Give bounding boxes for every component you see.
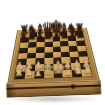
square-h4[interactable] (78, 51, 88, 57)
square-g6[interactable] (68, 41, 77, 46)
square-g8[interactable] (67, 31, 75, 36)
square-b4[interactable] (27, 53, 36, 59)
piece-black-bishop-c8[interactable]: ♝ (34, 23, 46, 36)
square-c1[interactable] (34, 71, 44, 78)
square-f3[interactable] (62, 57, 71, 63)
piece-black-knight-b8[interactable]: ♞ (27, 23, 39, 36)
square-f1[interactable] (62, 70, 72, 77)
chess-set-photo: ♜♞♝♛♚♝♞♜♟♟♟♟♟♟♟♟♟♟♟♟♟♟♟♟♜♞♝♛♚♝♞♜ (0, 0, 105, 105)
piece-white-pawn-g2[interactable]: ♟ (72, 59, 81, 69)
square-d7[interactable] (44, 37, 52, 42)
square-a1[interactable] (15, 72, 25, 79)
square-d6[interactable] (44, 41, 52, 46)
square-c7[interactable] (36, 37, 44, 42)
square-h3[interactable] (79, 57, 89, 63)
square-c8[interactable] (37, 32, 45, 37)
square-e5[interactable] (52, 46, 61, 52)
piece-black-pawn-h7[interactable]: ♟ (76, 29, 86, 40)
board-squares (14, 31, 93, 80)
square-a4[interactable] (18, 53, 27, 59)
square-c5[interactable] (36, 47, 45, 53)
piece-white-pawn-b2[interactable]: ♟ (25, 61, 34, 71)
piece-black-rook-h8[interactable]: ♜ (74, 23, 85, 35)
square-e7[interactable] (52, 36, 60, 41)
square-c6[interactable] (36, 42, 44, 47)
piece-white-king-e1[interactable]: ♚ (51, 60, 66, 77)
square-d4[interactable] (44, 52, 53, 58)
square-b1[interactable] (25, 71, 35, 78)
square-g1[interactable] (72, 70, 82, 77)
piece-black-pawn-f7[interactable]: ♟ (59, 29, 69, 40)
square-b5[interactable] (27, 47, 36, 53)
piece-black-bishop-f8[interactable]: ♝ (58, 22, 70, 35)
piece-black-pawn-c7[interactable]: ♟ (35, 30, 45, 41)
square-e2[interactable] (53, 64, 62, 71)
square-d8[interactable] (44, 32, 52, 37)
square-f6[interactable] (60, 41, 69, 46)
square-h8[interactable] (75, 31, 83, 36)
piece-white-pawn-h2[interactable]: ♟ (82, 59, 91, 69)
square-a5[interactable] (19, 47, 28, 53)
square-b7[interactable] (28, 37, 36, 42)
square-g2[interactable] (71, 63, 81, 70)
square-d2[interactable] (44, 64, 53, 71)
piece-black-pawn-b7[interactable]: ♟ (27, 30, 37, 41)
square-b6[interactable] (28, 42, 37, 47)
piece-black-queen-d8[interactable]: ♛ (41, 20, 55, 35)
box-clasp-icon (71, 84, 75, 88)
piece-black-knight-g8[interactable]: ♞ (66, 22, 78, 35)
square-c3[interactable] (35, 58, 44, 64)
piece-white-knight-b1[interactable]: ♞ (23, 65, 34, 78)
square-f8[interactable] (60, 32, 68, 37)
piece-white-pawn-a2[interactable]: ♟ (15, 61, 24, 71)
square-a7[interactable] (21, 37, 29, 42)
square-g5[interactable] (69, 46, 78, 52)
square-b8[interactable] (29, 33, 37, 38)
square-h1[interactable] (81, 69, 92, 76)
box-hinge-seam (6, 85, 101, 90)
piece-black-pawn-d7[interactable]: ♟ (43, 30, 53, 41)
square-d3[interactable] (44, 58, 53, 64)
square-a6[interactable] (20, 42, 29, 47)
square-f5[interactable] (61, 46, 70, 52)
square-h6[interactable] (76, 40, 85, 45)
square-g4[interactable] (70, 51, 79, 57)
square-a8[interactable] (21, 33, 29, 38)
square-e8[interactable] (52, 32, 60, 37)
square-e6[interactable] (52, 41, 60, 46)
square-b2[interactable] (25, 65, 35, 72)
square-d1[interactable] (44, 71, 54, 78)
piece-white-knight-g1[interactable]: ♞ (72, 64, 83, 77)
piece-black-pawn-g7[interactable]: ♟ (68, 29, 78, 40)
piece-white-bishop-f1[interactable]: ♝ (62, 64, 74, 77)
piece-white-bishop-c1[interactable]: ♝ (33, 65, 45, 78)
square-e3[interactable] (53, 58, 62, 64)
piece-white-rook-h1[interactable]: ♜ (82, 64, 92, 76)
piece-white-pawn-c2[interactable]: ♟ (34, 60, 43, 70)
piece-white-pawn-d2[interactable]: ♟ (44, 60, 53, 70)
square-a3[interactable] (17, 59, 27, 66)
piece-black-king-e8[interactable]: ♚ (48, 19, 63, 36)
drop-shadow (4, 95, 100, 103)
chess-board: ♜♞♝♛♚♝♞♜♟♟♟♟♟♟♟♟♟♟♟♟♟♟♟♟♜♞♝♛♚♝♞♜ (7, 28, 100, 85)
piece-black-pawn-e7[interactable]: ♟ (51, 30, 61, 41)
square-d5[interactable] (44, 47, 52, 53)
square-h5[interactable] (77, 45, 86, 51)
board-scene: ♜♞♝♛♚♝♞♜♟♟♟♟♟♟♟♟♟♟♟♟♟♟♟♟♜♞♝♛♚♝♞♜ (1, 0, 104, 105)
square-a2[interactable] (16, 65, 26, 72)
piece-black-pawn-a7[interactable]: ♟ (19, 31, 29, 42)
square-e4[interactable] (53, 52, 62, 58)
square-g3[interactable] (70, 57, 80, 63)
piece-white-queen-d1[interactable]: ♛ (41, 62, 55, 77)
piece-white-pawn-e2[interactable]: ♟ (53, 60, 62, 70)
square-c2[interactable] (35, 64, 44, 71)
square-f2[interactable] (62, 63, 72, 70)
square-g7[interactable] (68, 36, 77, 41)
square-e1[interactable] (53, 70, 63, 77)
square-h7[interactable] (75, 36, 84, 41)
piece-white-pawn-f2[interactable]: ♟ (63, 59, 72, 69)
square-f4[interactable] (61, 51, 70, 57)
square-f7[interactable] (60, 36, 68, 41)
scene-tilt: ♜♞♝♛♚♝♞♜♟♟♟♟♟♟♟♟♟♟♟♟♟♟♟♟♜♞♝♛♚♝♞♜ (0, 0, 105, 105)
piece-white-rook-a1[interactable]: ♜ (14, 67, 24, 79)
square-c4[interactable] (35, 52, 44, 58)
square-b3[interactable] (26, 58, 35, 65)
piece-black-rook-a8[interactable]: ♜ (19, 24, 30, 36)
square-h2[interactable] (80, 63, 90, 70)
board-pieces: ♜♞♝♛♚♝♞♜♟♟♟♟♟♟♟♟♟♟♟♟♟♟♟♟♜♞♝♛♚♝♞♜ (14, 31, 93, 80)
